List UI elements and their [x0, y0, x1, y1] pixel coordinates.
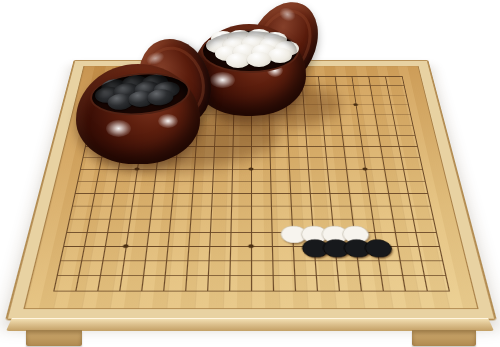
grid-cell [353, 85, 372, 94]
grid-cell [163, 275, 186, 290]
grid-cell [346, 169, 367, 181]
grid-cell [310, 193, 331, 206]
grid-cell [359, 125, 379, 136]
grid-cell [89, 206, 111, 219]
grid-cell [121, 260, 144, 275]
grid-cell [166, 246, 188, 260]
grid-cell [400, 260, 424, 275]
grid-cell [208, 260, 230, 275]
grid-cell [291, 206, 312, 219]
grid-cell [351, 76, 369, 85]
grid-cell [402, 275, 427, 290]
grid-cell [60, 246, 84, 260]
grid-cell [132, 193, 153, 206]
grid-cell [251, 169, 270, 181]
grid-cell [389, 95, 408, 105]
grid-cell [185, 275, 208, 290]
grid-cell [272, 246, 294, 260]
grid-cell [271, 206, 292, 219]
grid-cell [251, 206, 271, 219]
grid-cell [209, 246, 231, 260]
grid-cell [251, 181, 271, 193]
grid-cell [190, 206, 211, 219]
grid-cell [97, 275, 121, 290]
grid-cell [336, 85, 354, 94]
grid-cell [147, 232, 169, 246]
go-set-photo: ●●●●●●●● [0, 0, 500, 347]
grid-cell [77, 169, 99, 181]
grid-cell [365, 169, 386, 181]
grid-cell [392, 219, 415, 232]
white-stone-in-bowl [268, 48, 292, 63]
grid-cell [421, 260, 445, 275]
grid-cell [110, 206, 132, 219]
grid-cell [329, 193, 350, 206]
grid-cell [211, 193, 231, 206]
grid-cell [392, 115, 412, 125]
grid-cell [143, 260, 166, 275]
grid-cell [347, 181, 368, 193]
grid-cell [359, 275, 383, 290]
grid-cell [141, 275, 164, 290]
grid-cell [395, 232, 418, 246]
grid-cell [269, 146, 288, 157]
grid-cell [413, 219, 436, 232]
grid-cell [378, 135, 398, 146]
grid-cell [410, 206, 433, 219]
grid-cell [401, 157, 422, 169]
black-stone: ● [362, 237, 391, 255]
grid-cell [189, 219, 210, 232]
grid-cell [232, 169, 251, 181]
grid-cell [112, 193, 134, 206]
grid-cell [373, 105, 392, 115]
grid-cell [290, 193, 311, 206]
white-bowl-opening [201, 29, 299, 73]
grid-cell [270, 157, 289, 169]
grid-cell [360, 135, 380, 146]
grid-cell [273, 275, 295, 290]
grid-cell [338, 105, 357, 115]
grid-cell [336, 260, 359, 275]
grid-cell [309, 181, 329, 193]
grid-cell [53, 275, 78, 290]
grid-cell [370, 85, 389, 94]
grid-cell [188, 232, 210, 246]
grid-cell [387, 85, 406, 94]
grid-cell [84, 232, 107, 246]
grid-cell [191, 193, 212, 206]
grid-cell [331, 206, 352, 219]
grid-cell [287, 135, 306, 146]
grid-cell [335, 76, 353, 85]
grid-cell [187, 246, 209, 260]
grid-cell [150, 206, 171, 219]
specular-highlight [106, 120, 131, 137]
grid-cell [167, 232, 189, 246]
grid-cell [128, 219, 150, 232]
black-stones-in-bowl [96, 74, 184, 113]
white-stone-in-bowl [247, 52, 271, 67]
grid-cell [372, 219, 394, 232]
grid-cell [396, 135, 417, 146]
grid-cell [165, 260, 188, 275]
grid-cell [231, 193, 251, 206]
grid-cell [78, 260, 102, 275]
grid-cell [325, 146, 345, 157]
grid-cell [173, 181, 193, 193]
grid-cell [403, 169, 425, 181]
grid-cell [315, 260, 338, 275]
grid-cell [126, 232, 149, 246]
grid-cell [171, 193, 192, 206]
grid-cell [63, 232, 87, 246]
star-point [353, 103, 358, 106]
grid-cell [251, 260, 273, 275]
grid-cell [87, 219, 110, 232]
grid-cell [230, 246, 251, 260]
grid-cell [289, 169, 309, 181]
grid-cell [94, 181, 116, 193]
grid-cell [212, 169, 232, 181]
grid-cell [305, 125, 324, 136]
grid-cell [384, 169, 405, 181]
grid-cell [362, 146, 382, 157]
grid-cell [349, 193, 370, 206]
grid-cell [148, 219, 170, 232]
grid-cell [371, 95, 390, 105]
grid-cell [380, 146, 401, 157]
grid-cell [270, 169, 290, 181]
grid-cell [97, 169, 118, 181]
grid-cell [356, 105, 375, 115]
grid-cell [169, 219, 191, 232]
grid-cell [229, 275, 251, 290]
grid-cell [385, 76, 404, 85]
star-point [248, 167, 253, 170]
grid-cell [326, 157, 346, 169]
grid-cell [408, 193, 430, 206]
grid-cell [75, 275, 100, 290]
grid-cell [390, 105, 410, 115]
grid-cell [328, 181, 349, 193]
grid-cell [133, 181, 154, 193]
grid-cell [192, 181, 212, 193]
grid-cell [375, 115, 395, 125]
grid-cell [272, 260, 294, 275]
grid-cell [323, 125, 342, 136]
grid-cell [153, 181, 174, 193]
grid-cell [399, 146, 420, 157]
grid-cell [341, 125, 360, 136]
grid-cell [294, 275, 317, 290]
board-foot-right [412, 330, 476, 346]
grid-cell [376, 125, 396, 136]
grid-cell [293, 260, 315, 275]
grid-cell [339, 115, 358, 125]
grid-cell [327, 169, 347, 181]
specular-highlight [158, 114, 178, 128]
grid-cell [251, 193, 271, 206]
grid-cell [231, 206, 251, 219]
grid-cell [145, 246, 168, 260]
grid-cell [152, 193, 173, 206]
grid-cell [66, 219, 89, 232]
grid-cell [116, 169, 137, 181]
grid-cell [270, 181, 290, 193]
grid-cell [271, 193, 291, 206]
grid-cell [311, 206, 332, 219]
grid-cell [381, 275, 405, 290]
board-foot-left [26, 330, 82, 346]
grid-cell [418, 246, 442, 260]
grid-cell [193, 169, 213, 181]
grid-cell [81, 246, 105, 260]
grid-cell [230, 219, 251, 232]
grid-cell [307, 157, 327, 169]
grid-cell [378, 260, 402, 275]
grid-cell [57, 260, 81, 275]
grid-cell [251, 246, 272, 260]
grid-cell [342, 135, 362, 146]
grid-cell [308, 169, 328, 181]
grid-cell [92, 193, 114, 206]
grid-cell [288, 146, 307, 157]
grid-cell [251, 157, 270, 169]
grid-cell [170, 206, 191, 219]
grid-cell [397, 246, 421, 260]
grid-cell [415, 232, 439, 246]
grid-cell [324, 135, 344, 146]
grid-cell [318, 76, 336, 85]
specular-highlight [210, 72, 235, 89]
grid-cell [306, 146, 326, 157]
grid-cell [386, 181, 408, 193]
grid-cell [368, 76, 387, 85]
grid-cell [100, 260, 124, 275]
grid-cell [75, 181, 97, 193]
white-stones-in-bowl [208, 34, 292, 68]
grid-cell [337, 275, 360, 290]
grid-cell [316, 275, 339, 290]
grid-cell [114, 181, 135, 193]
grid-cell [424, 275, 449, 290]
black-stone-bowl [76, 64, 200, 164]
star-point [248, 244, 254, 248]
grid-cell [209, 232, 230, 246]
grid-cell [394, 125, 414, 136]
grid-cell [211, 206, 232, 219]
grid-cell [288, 157, 308, 169]
grid-cell [390, 206, 412, 219]
grid-cell [357, 115, 376, 125]
grid-cell [388, 193, 410, 206]
grid-cell [251, 275, 273, 290]
grid-cell [357, 260, 380, 275]
grid-cell [251, 219, 272, 232]
grid-cell [405, 181, 427, 193]
grid-cell [119, 275, 143, 290]
grid-cell [251, 232, 272, 246]
grid-cell [229, 260, 251, 275]
black-bowl-opening [88, 69, 191, 120]
grid-cell [210, 219, 231, 232]
grid-cell [231, 181, 251, 193]
grid-cell [382, 157, 403, 169]
grid-cell [107, 219, 129, 232]
grid-cell [72, 193, 94, 206]
grid-cell [306, 135, 325, 146]
grid-cell [186, 260, 208, 275]
grid-cell [343, 146, 363, 157]
grid-cell [207, 275, 229, 290]
grid-cell [130, 206, 152, 219]
grid-cell [369, 193, 391, 206]
star-point [362, 167, 367, 170]
grid-cell [350, 206, 372, 219]
grid-cell [124, 246, 147, 260]
grid-cell [370, 206, 392, 219]
grid-cell [102, 246, 125, 260]
grid-cell [290, 181, 310, 193]
grid-cell [212, 181, 232, 193]
grid-cell [69, 206, 92, 219]
grid-cell [80, 157, 101, 169]
grid-cell [367, 181, 388, 193]
